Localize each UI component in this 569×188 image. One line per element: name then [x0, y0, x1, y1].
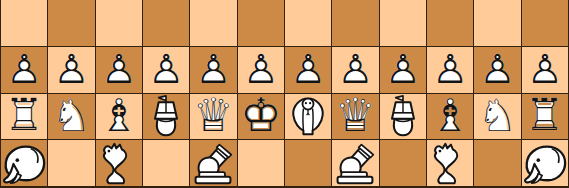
square-c1[interactable] — [96, 140, 142, 186]
square-k3[interactable]: ♟♙ — [474, 47, 520, 93]
square-j4[interactable] — [427, 0, 473, 46]
white-bishop-glyph-outline: ♗ — [427, 94, 473, 139]
white-queen-glyph-fill: ♛ — [332, 94, 378, 139]
white-bishop-piece[interactable]: ♝♗ — [96, 94, 142, 140]
square-a4[interactable] — [1, 0, 47, 46]
white-cannon-piece[interactable] — [190, 140, 236, 186]
square-a2[interactable]: ♜♖ — [1, 94, 47, 140]
white-pawn-glyph-outline: ♙ — [96, 47, 142, 92]
white-bishop-piece[interactable]: ♝♗ — [427, 94, 473, 140]
square-h4[interactable] — [332, 0, 378, 46]
white-pawn-piece[interactable]: ♟♙ — [1, 47, 47, 93]
white-pawn-glyph-fill: ♟ — [143, 47, 189, 92]
square-b1[interactable] — [48, 140, 94, 186]
white-queen-piece[interactable]: ♛♕ — [332, 94, 378, 140]
white-camel-icon — [97, 141, 141, 185]
white-prince-piece[interactable] — [380, 94, 426, 140]
white-rook-glyph-outline: ♖ — [1, 94, 47, 139]
square-b2[interactable]: ♞♘ — [48, 94, 94, 140]
square-f3[interactable]: ♟♙ — [238, 47, 284, 93]
white-pawn-glyph-outline: ♙ — [1, 47, 47, 92]
white-pawn-glyph-fill: ♟ — [380, 47, 426, 92]
white-pawn-glyph-fill: ♟ — [427, 47, 473, 92]
white-camel-piece[interactable] — [427, 140, 473, 186]
white-knight-piece[interactable]: ♞♘ — [474, 94, 520, 140]
white-pawn-piece[interactable]: ♟♙ — [332, 47, 378, 93]
square-e4[interactable] — [190, 0, 236, 46]
square-d1[interactable] — [143, 140, 189, 186]
white-pawn-piece[interactable]: ♟♙ — [522, 47, 568, 93]
white-elephant-icon — [522, 140, 568, 186]
white-king-piece[interactable]: ♚♔ — [238, 94, 284, 140]
white-pawn-glyph-outline: ♙ — [285, 47, 331, 92]
white-rook-glyph-fill: ♜ — [522, 94, 568, 139]
white-pawn-glyph-fill: ♟ — [474, 47, 520, 92]
square-a1[interactable] — [1, 140, 47, 186]
square-h2[interactable]: ♛♕ — [332, 94, 378, 140]
white-elephant-piece[interactable] — [522, 140, 568, 186]
white-pawn-piece[interactable]: ♟♙ — [285, 47, 331, 93]
white-pawn-glyph-fill: ♟ — [332, 47, 378, 92]
white-queen-piece[interactable]: ♛♕ — [190, 94, 236, 140]
square-g4[interactable] — [285, 0, 331, 46]
square-l2[interactable]: ♜♖ — [522, 94, 568, 140]
square-c4[interactable] — [96, 0, 142, 46]
white-prince-icon — [381, 94, 425, 138]
white-elephant-piece[interactable] — [1, 140, 47, 186]
white-pawn-glyph-fill: ♟ — [190, 47, 236, 92]
white-prince-icon — [144, 94, 188, 138]
white-pawn-glyph-fill: ♟ — [238, 47, 284, 92]
square-d2[interactable] — [143, 94, 189, 140]
square-b3[interactable]: ♟♙ — [48, 47, 94, 93]
square-f4[interactable] — [238, 0, 284, 46]
square-b4[interactable] — [48, 0, 94, 46]
white-prince-piece[interactable] — [143, 94, 189, 140]
white-pawn-piece[interactable]: ♟♙ — [380, 47, 426, 93]
white-pawn-glyph-outline: ♙ — [427, 47, 473, 92]
square-d4[interactable] — [143, 0, 189, 46]
white-pawn-piece[interactable]: ♟♙ — [427, 47, 473, 93]
white-pawn-glyph-outline: ♙ — [143, 47, 189, 92]
white-pawn-glyph-fill: ♟ — [285, 47, 331, 92]
white-queen-glyph-fill: ♛ — [190, 94, 236, 139]
square-c3[interactable]: ♟♙ — [96, 47, 142, 93]
white-pawn-glyph-fill: ♟ — [48, 47, 94, 92]
square-e2[interactable]: ♛♕ — [190, 94, 236, 140]
white-rook-glyph-fill: ♜ — [1, 94, 47, 139]
white-king-glyph-fill: ♚ — [238, 94, 284, 139]
white-pawn-glyph-fill: ♟ — [1, 47, 47, 92]
white-pawn-glyph-outline: ♙ — [332, 47, 378, 92]
white-cannon-piece[interactable] — [332, 140, 378, 186]
white-pawn-piece[interactable]: ♟♙ — [96, 47, 142, 93]
square-f1[interactable] — [238, 140, 284, 186]
square-k1[interactable] — [474, 140, 520, 186]
square-e3[interactable]: ♟♙ — [190, 47, 236, 93]
square-c2[interactable]: ♝♗ — [96, 94, 142, 140]
square-g1[interactable] — [285, 140, 331, 186]
square-a3[interactable]: ♟♙ — [1, 47, 47, 93]
white-knight-glyph-outline: ♘ — [48, 94, 94, 139]
square-j3[interactable]: ♟♙ — [427, 47, 473, 93]
white-queen-glyph-outline: ♕ — [190, 94, 236, 139]
white-pawn-glyph-outline: ♙ — [380, 47, 426, 92]
white-pawn-piece[interactable]: ♟♙ — [48, 47, 94, 93]
white-pawn-piece[interactable]: ♟♙ — [474, 47, 520, 93]
white-pawn-piece[interactable]: ♟♙ — [143, 47, 189, 93]
white-bishop-glyph-fill: ♝ — [96, 94, 142, 139]
white-camel-piece[interactable] — [96, 140, 142, 186]
white-cannon-icon — [333, 141, 377, 185]
square-h3[interactable]: ♟♙ — [332, 47, 378, 93]
square-l4[interactable] — [522, 0, 568, 46]
white-knight-glyph-fill: ♞ — [48, 94, 94, 139]
white-bishop-glyph-outline: ♗ — [96, 94, 142, 139]
square-g2[interactable] — [285, 94, 331, 140]
white-cannon-icon — [191, 141, 235, 185]
white-cobra-piece[interactable] — [285, 94, 331, 140]
white-queen-glyph-outline: ♕ — [332, 94, 378, 139]
game-board: ♟♙♟♙♟♙♟♙♟♙♟♙♟♙♟♙♟♙♟♙♟♙♟♙♜♖♞♘♝♗♛♕♚♔♛♕♝♗♞♘… — [0, 0, 569, 188]
square-j1[interactable] — [427, 140, 473, 186]
white-pawn-glyph-outline: ♙ — [190, 47, 236, 92]
white-pawn-piece[interactable]: ♟♙ — [238, 47, 284, 93]
white-pawn-glyph-outline: ♙ — [48, 47, 94, 92]
white-pawn-piece[interactable]: ♟♙ — [190, 47, 236, 93]
square-h1[interactable] — [332, 140, 378, 186]
square-j2[interactable]: ♝♗ — [427, 94, 473, 140]
white-camel-icon — [428, 141, 472, 185]
square-l1[interactable] — [522, 140, 568, 186]
square-k2[interactable]: ♞♘ — [474, 94, 520, 140]
white-king-glyph-outline: ♔ — [238, 94, 284, 139]
square-e1[interactable] — [190, 140, 236, 186]
white-rook-piece[interactable]: ♜♖ — [522, 94, 568, 140]
white-pawn-glyph-fill: ♟ — [522, 47, 568, 92]
white-knight-glyph-outline: ♘ — [474, 94, 520, 139]
white-knight-glyph-fill: ♞ — [474, 94, 520, 139]
square-k4[interactable] — [474, 0, 520, 46]
white-rook-piece[interactable]: ♜♖ — [1, 94, 47, 140]
white-elephant-icon — [1, 140, 47, 186]
white-pawn-glyph-outline: ♙ — [238, 47, 284, 92]
square-l3[interactable]: ♟♙ — [522, 47, 568, 93]
white-knight-piece[interactable]: ♞♘ — [48, 94, 94, 140]
white-cobra-icon — [286, 94, 330, 138]
square-g3[interactable]: ♟♙ — [285, 47, 331, 93]
square-i2[interactable] — [380, 94, 426, 140]
white-bishop-glyph-fill: ♝ — [427, 94, 473, 139]
white-pawn-glyph-outline: ♙ — [522, 47, 568, 92]
white-rook-glyph-outline: ♖ — [522, 94, 568, 139]
white-pawn-glyph-outline: ♙ — [474, 47, 520, 92]
white-pawn-glyph-fill: ♟ — [96, 47, 142, 92]
square-i3[interactable]: ♟♙ — [380, 47, 426, 93]
square-f2[interactable]: ♚♔ — [238, 94, 284, 140]
square-i4[interactable] — [380, 0, 426, 46]
square-d3[interactable]: ♟♙ — [143, 47, 189, 93]
square-i1[interactable] — [380, 140, 426, 186]
